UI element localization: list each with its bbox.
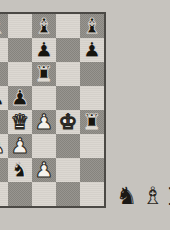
square-f1[interactable]	[32, 182, 56, 206]
square-e1[interactable]	[8, 182, 32, 206]
square-h3[interactable]	[80, 134, 104, 158]
square-g4[interactable]: ♚	[56, 110, 80, 134]
square-d1[interactable]	[0, 182, 8, 206]
square-d6[interactable]	[0, 62, 8, 86]
white-pawn-e3[interactable]: ♟	[8, 134, 32, 158]
white-pawn-f2[interactable]: ♟	[32, 158, 56, 182]
square-f6[interactable]: ♜	[32, 62, 56, 86]
square-h8[interactable]: ♝	[80, 14, 104, 38]
black-bishop-d8[interactable]: ♝	[0, 14, 8, 38]
square-g6[interactable]	[56, 62, 80, 86]
square-g1[interactable]	[56, 182, 80, 206]
square-d8[interactable]: ♝	[0, 14, 8, 38]
black-pawn-e5[interactable]: ♟	[8, 86, 32, 110]
square-g2[interactable]	[56, 158, 80, 182]
white-queen-e4[interactable]: ♛	[8, 110, 32, 134]
black-pawn-d5[interactable]: ♟	[0, 86, 8, 110]
square-g7[interactable]	[56, 38, 80, 62]
chess-board-grid: ♝♝♝♟♟♜♟♟♛♟♚♜♟♟♞♟	[0, 14, 104, 206]
black-bishop-f8[interactable]: ♝	[32, 14, 56, 38]
chess-board: ♝♝♝♟♟♜♟♟♛♟♚♜♟♟♞♟	[0, 12, 106, 208]
tray-white-bishop-icon: ♗	[142, 183, 164, 209]
square-e6[interactable]	[8, 62, 32, 86]
square-h4[interactable]: ♜	[80, 110, 104, 134]
square-f4[interactable]: ♟	[32, 110, 56, 134]
square-d4[interactable]	[0, 110, 8, 134]
square-h1[interactable]	[80, 182, 104, 206]
tray-partial-piece-icon: ♜	[165, 184, 170, 210]
black-rook-h4[interactable]: ♜	[80, 110, 104, 134]
square-d7[interactable]	[0, 38, 8, 62]
square-h5[interactable]	[80, 86, 104, 110]
square-h2[interactable]	[80, 158, 104, 182]
square-d5[interactable]: ♟	[0, 86, 8, 110]
black-pawn-f7[interactable]: ♟	[32, 38, 56, 62]
square-e3[interactable]: ♟	[8, 134, 32, 158]
square-e2[interactable]: ♞	[8, 158, 32, 182]
white-pawn-f4[interactable]: ♟	[32, 110, 56, 134]
square-g5[interactable]	[56, 86, 80, 110]
square-f2[interactable]: ♟	[32, 158, 56, 182]
square-d2[interactable]	[0, 158, 8, 182]
black-bishop-h8[interactable]: ♝	[80, 14, 104, 38]
square-g8[interactable]	[56, 14, 80, 38]
square-f3[interactable]	[32, 134, 56, 158]
white-pawn-d3[interactable]: ♟	[0, 134, 8, 158]
tray-black-knight-icon: ♞	[116, 183, 138, 209]
black-rook-f6[interactable]: ♜	[32, 62, 56, 86]
square-e7[interactable]	[8, 38, 32, 62]
square-h7[interactable]: ♟	[80, 38, 104, 62]
square-f8[interactable]: ♝	[32, 14, 56, 38]
black-pawn-h7[interactable]: ♟	[80, 38, 104, 62]
captured-pieces-tray: ♞ ♗ ♜	[112, 183, 170, 211]
square-h6[interactable]	[80, 62, 104, 86]
square-g3[interactable]	[56, 134, 80, 158]
square-f5[interactable]	[32, 86, 56, 110]
square-e4[interactable]: ♛	[8, 110, 32, 134]
white-king-g4[interactable]: ♚	[56, 110, 80, 134]
black-knight-e2[interactable]: ♞	[8, 158, 32, 182]
square-e8[interactable]	[8, 14, 32, 38]
square-e5[interactable]: ♟	[8, 86, 32, 110]
square-f7[interactable]: ♟	[32, 38, 56, 62]
square-d3[interactable]: ♟	[0, 134, 8, 158]
